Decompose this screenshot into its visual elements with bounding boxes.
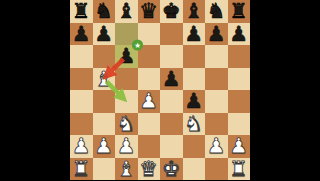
square-b6[interactable] <box>93 45 116 68</box>
piece-white-pawn[interactable]: ♟ <box>70 135 93 158</box>
square-a4[interactable] <box>70 90 93 113</box>
video-frame: ♜♞♝♛♚♝♞♜♟♟♟♟♟♟♝♟♟♟♞♞♟♟♟♟♟♜♝♛♚♜ ★ <box>0 0 320 180</box>
square-g5[interactable] <box>205 68 228 91</box>
square-h1[interactable]: ♜ <box>228 158 251 181</box>
letterbox-right <box>250 0 320 180</box>
piece-black-king[interactable]: ♚ <box>160 0 183 23</box>
piece-black-bishop[interactable]: ♝ <box>115 0 138 23</box>
piece-white-knight[interactable]: ♞ <box>115 113 138 136</box>
square-b7[interactable]: ♟ <box>93 23 116 46</box>
square-c5[interactable] <box>115 68 138 91</box>
square-a2[interactable]: ♟ <box>70 135 93 158</box>
piece-black-pawn[interactable]: ♟ <box>93 23 116 46</box>
square-h7[interactable]: ♟ <box>228 23 251 46</box>
square-c2[interactable]: ♟ <box>115 135 138 158</box>
square-f7[interactable]: ♟ <box>183 23 206 46</box>
square-a1[interactable]: ♜ <box>70 158 93 181</box>
piece-white-king[interactable]: ♚ <box>160 158 183 181</box>
square-e5[interactable]: ♟ <box>160 68 183 91</box>
square-e7[interactable] <box>160 23 183 46</box>
square-d7[interactable] <box>138 23 161 46</box>
piece-black-rook[interactable]: ♜ <box>228 0 251 23</box>
square-g7[interactable]: ♟ <box>205 23 228 46</box>
piece-black-pawn[interactable]: ♟ <box>205 23 228 46</box>
square-g1[interactable] <box>205 158 228 181</box>
square-b4[interactable] <box>93 90 116 113</box>
square-d5[interactable] <box>138 68 161 91</box>
piece-white-knight[interactable]: ♞ <box>183 113 206 136</box>
piece-black-rook[interactable]: ♜ <box>70 0 93 23</box>
square-c7[interactable] <box>115 23 138 46</box>
chess-board: ♜♞♝♛♚♝♞♜♟♟♟♟♟♟♝♟♟♟♞♞♟♟♟♟♟♜♝♛♚♜ <box>70 0 250 180</box>
square-b2[interactable]: ♟ <box>93 135 116 158</box>
square-h4[interactable] <box>228 90 251 113</box>
piece-black-pawn[interactable]: ♟ <box>115 45 138 68</box>
piece-black-pawn[interactable]: ♟ <box>183 23 206 46</box>
square-g8[interactable]: ♞ <box>205 0 228 23</box>
piece-black-pawn[interactable]: ♟ <box>228 23 251 46</box>
piece-black-knight[interactable]: ♞ <box>93 0 116 23</box>
piece-white-pawn[interactable]: ♟ <box>205 135 228 158</box>
square-c8[interactable]: ♝ <box>115 0 138 23</box>
piece-black-knight[interactable]: ♞ <box>205 0 228 23</box>
piece-white-bishop[interactable]: ♝ <box>115 158 138 181</box>
square-f2[interactable] <box>183 135 206 158</box>
piece-white-rook[interactable]: ♜ <box>70 158 93 181</box>
square-b5[interactable]: ♝ <box>93 68 116 91</box>
piece-white-rook[interactable]: ♜ <box>228 158 251 181</box>
square-a3[interactable] <box>70 113 93 136</box>
piece-white-bishop[interactable]: ♝ <box>93 68 116 91</box>
square-h3[interactable] <box>228 113 251 136</box>
square-f4[interactable]: ♟ <box>183 90 206 113</box>
square-c1[interactable]: ♝ <box>115 158 138 181</box>
square-f8[interactable]: ♝ <box>183 0 206 23</box>
piece-black-bishop[interactable]: ♝ <box>183 0 206 23</box>
square-d4[interactable]: ♟ <box>138 90 161 113</box>
square-f5[interactable] <box>183 68 206 91</box>
square-f1[interactable] <box>183 158 206 181</box>
square-e4[interactable] <box>160 90 183 113</box>
square-h8[interactable]: ♜ <box>228 0 251 23</box>
square-c3[interactable]: ♞ <box>115 113 138 136</box>
square-d2[interactable] <box>138 135 161 158</box>
square-c6[interactable]: ♟ <box>115 45 138 68</box>
square-g2[interactable]: ♟ <box>205 135 228 158</box>
square-e3[interactable] <box>160 113 183 136</box>
piece-white-pawn[interactable]: ♟ <box>93 135 116 158</box>
piece-black-pawn[interactable]: ♟ <box>70 23 93 46</box>
square-e6[interactable] <box>160 45 183 68</box>
square-h6[interactable] <box>228 45 251 68</box>
square-d8[interactable]: ♛ <box>138 0 161 23</box>
square-d6[interactable] <box>138 45 161 68</box>
piece-white-queen[interactable]: ♛ <box>138 158 161 181</box>
piece-white-pawn[interactable]: ♟ <box>115 135 138 158</box>
square-a7[interactable]: ♟ <box>70 23 93 46</box>
piece-white-pawn[interactable]: ♟ <box>138 90 161 113</box>
piece-black-queen[interactable]: ♛ <box>138 0 161 23</box>
square-e2[interactable] <box>160 135 183 158</box>
square-f6[interactable] <box>183 45 206 68</box>
square-b8[interactable]: ♞ <box>93 0 116 23</box>
square-e1[interactable]: ♚ <box>160 158 183 181</box>
piece-white-pawn[interactable]: ♟ <box>228 135 251 158</box>
square-d3[interactable] <box>138 113 161 136</box>
square-b1[interactable] <box>93 158 116 181</box>
square-c4[interactable] <box>115 90 138 113</box>
square-g3[interactable] <box>205 113 228 136</box>
square-a8[interactable]: ♜ <box>70 0 93 23</box>
piece-black-pawn[interactable]: ♟ <box>183 90 206 113</box>
square-b3[interactable] <box>93 113 116 136</box>
piece-black-pawn[interactable]: ♟ <box>160 68 183 91</box>
letterbox-left <box>0 0 70 180</box>
square-d1[interactable]: ♛ <box>138 158 161 181</box>
square-a5[interactable] <box>70 68 93 91</box>
square-h5[interactable] <box>228 68 251 91</box>
square-g4[interactable] <box>205 90 228 113</box>
square-a6[interactable] <box>70 45 93 68</box>
square-g6[interactable] <box>205 45 228 68</box>
square-f3[interactable]: ♞ <box>183 113 206 136</box>
square-e8[interactable]: ♚ <box>160 0 183 23</box>
square-h2[interactable]: ♟ <box>228 135 251 158</box>
